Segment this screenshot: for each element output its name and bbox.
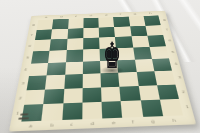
rank-label-1: 1 (185, 105, 189, 109)
rank-label-3: 3 (177, 75, 181, 79)
square-c7 (67, 28, 83, 39)
square-d4 (83, 61, 101, 74)
square-a4 (29, 63, 48, 77)
file-label-b: b (50, 122, 54, 129)
file-label-b: b (60, 15, 63, 19)
square-h7 (145, 25, 163, 36)
square-b1 (42, 104, 63, 121)
square-d1 (82, 102, 102, 119)
square-f2 (120, 86, 141, 102)
square-h8 (143, 15, 160, 25)
rank-label-4: 4 (23, 68, 26, 72)
square-e1 (102, 101, 123, 118)
square-a7 (35, 29, 52, 40)
square-h2 (157, 84, 179, 100)
rank-label-4: 4 (174, 62, 178, 66)
square-a5 (31, 51, 50, 64)
square-d3 (82, 73, 101, 88)
square-b3 (45, 75, 64, 90)
file-label-g: g (151, 118, 155, 125)
file-label-d: d (91, 120, 94, 127)
square-c3 (64, 74, 83, 89)
rank-label-8: 8 (32, 24, 35, 27)
file-label-g: g (134, 12, 137, 16)
square-a2 (24, 89, 45, 105)
square-c2 (63, 88, 83, 104)
square-h6 (147, 35, 166, 47)
file-label-h: h (149, 11, 152, 15)
file-label-c: c (71, 121, 74, 128)
square-h3 (154, 71, 175, 85)
square-d7 (83, 27, 99, 38)
file-label-d: d (90, 14, 92, 18)
file-label-h: h (172, 117, 176, 124)
square-d2 (82, 87, 101, 103)
square-b2 (43, 89, 63, 105)
square-c5 (66, 49, 83, 62)
square-f1 (121, 101, 143, 118)
square-b6 (50, 39, 67, 51)
file-label-a: a (45, 15, 48, 19)
rank-label-7: 7 (30, 34, 33, 37)
file-label-a: a (29, 123, 33, 130)
square-b5 (48, 50, 66, 63)
black-king: ♚ (103, 38, 121, 74)
file-label-f: f (132, 119, 134, 126)
square-b7 (51, 29, 68, 40)
square-c1 (62, 103, 82, 120)
square-e8 (98, 17, 114, 27)
rank-label-5: 5 (26, 56, 29, 59)
rank-label-3: 3 (21, 81, 24, 85)
square-b4 (47, 62, 66, 76)
square-h4 (152, 58, 172, 71)
square-c6 (66, 38, 83, 50)
photo-of-chessboard: abcdefgh abcdefgh 87654321 87654321 ♚ (0, 0, 200, 133)
square-a3 (27, 75, 47, 90)
rank-label-6: 6 (28, 44, 31, 47)
rank-label-2: 2 (18, 96, 22, 100)
file-label-e: e (111, 119, 114, 126)
file-label-e: e (105, 13, 107, 17)
square-e2 (101, 87, 121, 103)
rank-label-8: 8 (162, 19, 165, 22)
square-d5 (83, 49, 100, 62)
file-label-f: f (120, 13, 122, 17)
rank-label-2: 2 (181, 89, 185, 93)
square-a6 (33, 40, 51, 52)
square-c4 (65, 61, 83, 75)
rank-label-5: 5 (171, 50, 174, 53)
square-d6 (83, 38, 100, 50)
square-h1 (160, 99, 183, 116)
rank-label-6: 6 (168, 39, 171, 42)
rank-label-7: 7 (165, 28, 168, 31)
brand-stamp (18, 113, 30, 120)
square-h5 (149, 46, 169, 58)
file-label-c: c (75, 14, 77, 18)
square-f8 (113, 17, 129, 27)
